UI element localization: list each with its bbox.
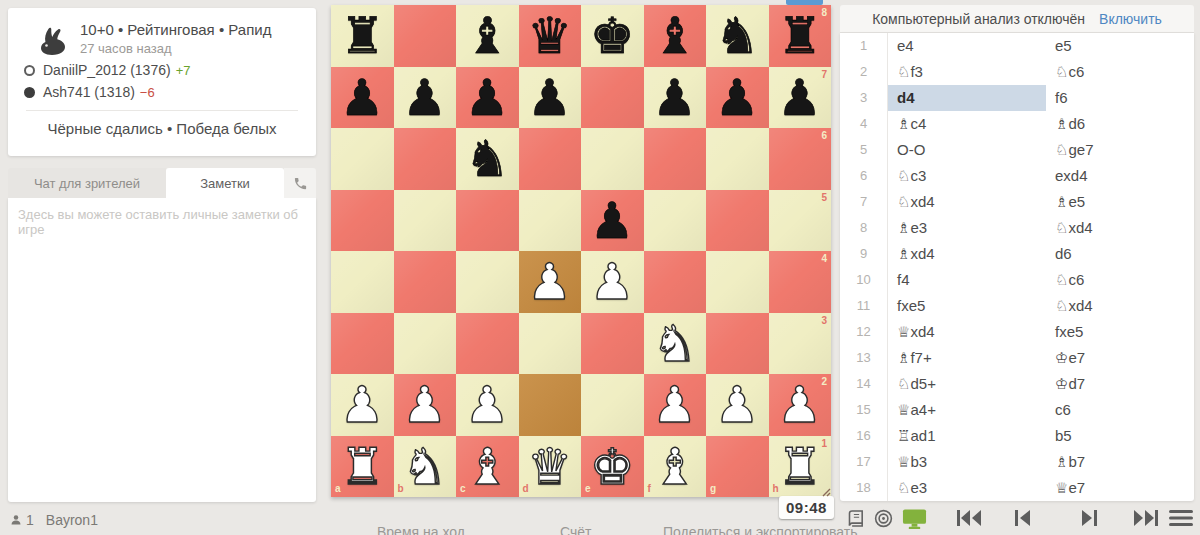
file-label-a: a <box>335 484 341 494</box>
move-7-black[interactable]: ♗e5 <box>1046 189 1193 215</box>
white-pawn-e4: ♟ <box>581 251 644 313</box>
move-12-black[interactable]: fxe5 <box>1046 319 1193 345</box>
black-pawn-e5: ♟ <box>581 190 644 252</box>
square-a4[interactable] <box>331 251 394 313</box>
white-pawn-c2: ♟ <box>456 374 519 436</box>
square-a8[interactable]: ♜ <box>331 5 394 67</box>
divider <box>26 110 298 111</box>
move-4-white[interactable]: ♗c4 <box>888 111 1046 137</box>
move-10-white[interactable]: f4 <box>888 267 1046 293</box>
enable-analysis-link[interactable]: Включить <box>1099 11 1162 27</box>
move-5-black[interactable]: ♘ge7 <box>1046 137 1193 163</box>
move-number: 9 <box>840 241 888 267</box>
square-g8[interactable]: ♞ <box>706 5 769 67</box>
square-b4[interactable] <box>394 251 457 313</box>
analysis-screen-icon[interactable] <box>902 508 927 530</box>
tab-notes[interactable]: Заметки <box>166 168 284 198</box>
white-pawn-a2: ♟ <box>331 374 394 436</box>
square-g1[interactable]: g <box>706 436 769 498</box>
move-row-12: 12♕xd4fxe5 <box>840 319 1194 345</box>
move-2-white[interactable]: ♘f3 <box>888 59 1046 85</box>
black-color-icon <box>24 87 35 98</box>
move-row-9: 9♗xd4d6 <box>840 241 1194 267</box>
move-3-black[interactable]: f6 <box>1046 85 1193 111</box>
analysis-panel: Компьютерный анализ отключён Включить 1e… <box>840 5 1194 501</box>
white-pawn-d4: ♟ <box>519 251 582 313</box>
rabbit-icon <box>32 22 68 58</box>
move-number: 15 <box>840 397 888 423</box>
person-icon <box>10 514 22 526</box>
square-c4[interactable] <box>456 251 519 313</box>
square-e7[interactable] <box>581 67 644 129</box>
first-move-button[interactable] <box>956 509 983 527</box>
square-h6[interactable]: 6 <box>769 128 832 190</box>
move-17-black[interactable]: ♗b7 <box>1046 449 1193 475</box>
square-f1[interactable]: ♝f <box>644 436 707 498</box>
white-clock: 09:48 <box>779 496 834 519</box>
square-b3[interactable] <box>394 313 457 375</box>
move-list: 1e4e52♘f3♘c63d4f64♗c4♗d65O-O♘ge76♘c3exd4… <box>840 33 1194 501</box>
notes-panel <box>8 198 316 502</box>
black-player-name[interactable]: Ash741 (1318) <box>43 83 135 102</box>
square-f2[interactable]: ♟ <box>644 374 707 436</box>
black-pawn-g7: ♟ <box>706 67 769 129</box>
square-a1[interactable]: ♜a <box>331 436 394 498</box>
move-row-18: 18♘e3♕e7 <box>840 475 1194 501</box>
board-resize-handle[interactable] <box>819 485 831 497</box>
game-title: 10+0 • Рейтинговая • Рапид <box>80 20 271 40</box>
black-knight-c6: ♞ <box>456 128 519 190</box>
move-row-16: 16♖ad1b5 <box>840 423 1194 449</box>
opening-book-icon[interactable] <box>846 508 867 529</box>
square-a7[interactable]: ♟ <box>331 67 394 129</box>
move-number: 2 <box>840 59 888 85</box>
black-pawn-d7: ♟ <box>519 67 582 129</box>
move-row-6: 6♘c3exd4 <box>840 163 1194 189</box>
move-row-14: 14♘d5+♔d7 <box>840 371 1194 397</box>
move-2-black[interactable]: ♘c6 <box>1046 59 1193 85</box>
rank-label-3: 3 <box>821 316 827 326</box>
black-pawn-c7: ♟ <box>456 67 519 129</box>
move-15-white[interactable]: ♕a4+ <box>888 397 1046 423</box>
black-player-row[interactable]: Ash741 (1318) −6 <box>24 83 302 102</box>
square-a5[interactable] <box>331 190 394 252</box>
move-15-black[interactable]: c6 <box>1046 397 1193 423</box>
black-bishop-f8: ♝ <box>644 5 707 67</box>
rank-label-8: 8 <box>821 8 827 18</box>
black-queen-d8: ♛ <box>519 5 582 67</box>
white-player-row[interactable]: DaniilP_2012 (1376) +7 <box>24 61 302 80</box>
square-h3[interactable]: 3 <box>769 313 832 375</box>
square-d1[interactable]: ♛d <box>519 436 582 498</box>
section-label-move-times: Время на ход <box>377 524 465 535</box>
move-number: 18 <box>840 475 888 501</box>
square-g6[interactable] <box>706 128 769 190</box>
move-number: 13 <box>840 345 888 371</box>
move-6-white[interactable]: ♘c3 <box>888 163 1046 189</box>
square-c8[interactable]: ♝ <box>456 5 519 67</box>
rank-label-4: 4 <box>821 254 827 264</box>
square-b1[interactable]: ♞b <box>394 436 457 498</box>
previous-move-button[interactable] <box>1014 509 1032 527</box>
move-number: 17 <box>840 449 888 475</box>
spectator-count: 1 <box>26 512 34 528</box>
square-b7[interactable]: ♟ <box>394 67 457 129</box>
square-f8[interactable]: ♝ <box>644 5 707 67</box>
spectators-row: 1 Bayron1 <box>10 512 98 528</box>
square-c6[interactable]: ♞ <box>456 128 519 190</box>
square-c1[interactable]: ♝c <box>456 436 519 498</box>
notes-input[interactable] <box>8 198 316 502</box>
square-g4[interactable] <box>706 251 769 313</box>
tab-voice-chat[interactable] <box>284 168 316 198</box>
move-row-4: 4♗c4♗d6 <box>840 111 1194 137</box>
file-label-h: h <box>773 484 779 494</box>
black-clock <box>786 0 823 5</box>
move-13-black[interactable]: ♔e7 <box>1046 345 1193 371</box>
file-label-g: g <box>710 484 716 494</box>
move-number: 11 <box>840 293 888 319</box>
move-17-white[interactable]: ♕b3 <box>888 449 1046 475</box>
move-4-black[interactable]: ♗d6 <box>1046 111 1193 137</box>
chat-notes-card: Чат для зрителей Заметки <box>8 168 316 502</box>
move-5-white[interactable]: O-O <box>888 137 1046 163</box>
move-14-white[interactable]: ♘d5+ <box>888 371 1046 397</box>
move-number: 4 <box>840 111 888 137</box>
move-14-black[interactable]: ♔d7 <box>1046 371 1193 397</box>
move-6-black[interactable]: exd4 <box>1046 163 1193 189</box>
square-c3[interactable] <box>456 313 519 375</box>
square-f6[interactable] <box>644 128 707 190</box>
square-h4[interactable]: 4 <box>769 251 832 313</box>
move-row-10: 10f4♘c6 <box>840 267 1194 293</box>
file-label-d: d <box>523 484 529 494</box>
move-11-white[interactable]: fxe5 <box>888 293 1046 319</box>
move-row-11: 11fxe5♘xd4 <box>840 293 1194 319</box>
rank-label-5: 5 <box>821 193 827 203</box>
square-c7[interactable]: ♟ <box>456 67 519 129</box>
move-row-8: 8♗e3♘xd4 <box>840 215 1194 241</box>
move-row-3: 3d4f6 <box>840 85 1194 111</box>
move-row-7: 7♘xd4♗e5 <box>840 189 1194 215</box>
white-knight-f3: ♞ <box>644 313 707 375</box>
white-bishop-f1: ♝ <box>644 436 707 498</box>
chess-board[interactable]: ♜♝♛♚♝♞♜8♟♟♟♟♟♟♟7♞6♟5♟♟4♞3♟♟♟♟♟♟2♜a♞b♝c♛d… <box>331 5 831 497</box>
square-c5[interactable] <box>456 190 519 252</box>
square-b8[interactable] <box>394 5 457 67</box>
move-number: 5 <box>840 137 888 163</box>
spectator-names[interactable]: Bayron1 <box>46 512 98 528</box>
square-e4[interactable]: ♟ <box>581 251 644 313</box>
move-9-black[interactable]: d6 <box>1046 241 1193 267</box>
move-number: 7 <box>840 189 888 215</box>
white-rating-delta: +7 <box>176 61 191 80</box>
square-e5[interactable]: ♟ <box>581 190 644 252</box>
move-16-white[interactable]: ♖ad1 <box>888 423 1046 449</box>
square-d3[interactable] <box>519 313 582 375</box>
black-pawn-a7: ♟ <box>331 67 394 129</box>
white-pawn-f2: ♟ <box>644 374 707 436</box>
rank-label-1: 1 <box>821 439 827 449</box>
square-f5[interactable] <box>644 190 707 252</box>
game-result: Чёрные сдались • Победа белых <box>22 120 302 137</box>
square-d7[interactable]: ♟ <box>519 67 582 129</box>
analysis-header: Компьютерный анализ отключён Включить <box>840 5 1194 33</box>
square-h5[interactable]: 5 <box>769 190 832 252</box>
white-player-name[interactable]: DaniilP_2012 (1376) <box>43 61 171 80</box>
square-g5[interactable] <box>706 190 769 252</box>
move-16-black[interactable]: b5 <box>1046 423 1193 449</box>
move-12-white[interactable]: ♕xd4 <box>888 319 1046 345</box>
move-8-white[interactable]: ♗e3 <box>888 215 1046 241</box>
move-number: 16 <box>840 423 888 449</box>
menu-icon[interactable] <box>1168 509 1194 527</box>
square-e1[interactable]: ♚e <box>581 436 644 498</box>
move-11-black[interactable]: ♘xd4 <box>1046 293 1193 319</box>
file-label-f: f <box>648 484 651 494</box>
move-number: 14 <box>840 371 888 397</box>
tab-spectator-chat[interactable]: Чат для зрителей <box>8 168 166 198</box>
section-label-share: Поделиться и экспортировать <box>663 524 857 535</box>
square-a3[interactable] <box>331 313 394 375</box>
move-7-white[interactable]: ♘xd4 <box>888 189 1046 215</box>
move-number: 10 <box>840 267 888 293</box>
file-label-b: b <box>398 484 404 494</box>
square-f4[interactable] <box>644 251 707 313</box>
square-a6[interactable] <box>331 128 394 190</box>
practice-target-icon[interactable] <box>873 508 894 529</box>
square-b5[interactable] <box>394 190 457 252</box>
move-row-1: 1e4e5 <box>840 33 1194 59</box>
move-number: 6 <box>840 163 888 189</box>
black-pawn-f7: ♟ <box>644 67 707 129</box>
section-label-score: Счёт <box>560 524 591 535</box>
square-f3[interactable]: ♞ <box>644 313 707 375</box>
file-label-c: c <box>460 484 466 494</box>
square-e6[interactable] <box>581 128 644 190</box>
black-bishop-c8: ♝ <box>456 5 519 67</box>
rank-label-2: 2 <box>821 377 827 387</box>
phone-icon <box>293 176 308 191</box>
square-d2[interactable] <box>519 374 582 436</box>
square-b6[interactable] <box>394 128 457 190</box>
move-1-black[interactable]: e5 <box>1046 33 1193 59</box>
square-h8[interactable]: ♜8 <box>769 5 832 67</box>
move-9-white[interactable]: ♗xd4 <box>888 241 1046 267</box>
move-18-white[interactable]: ♘e3 <box>888 475 1046 501</box>
square-g7[interactable]: ♟ <box>706 67 769 129</box>
square-g3[interactable] <box>706 313 769 375</box>
square-d4[interactable]: ♟ <box>519 251 582 313</box>
move-number: 3 <box>840 85 888 111</box>
move-number: 8 <box>840 215 888 241</box>
square-d5[interactable] <box>519 190 582 252</box>
last-move-button[interactable] <box>1132 509 1159 527</box>
square-c2[interactable]: ♟ <box>456 374 519 436</box>
square-e2[interactable] <box>581 374 644 436</box>
black-rook-a8: ♜ <box>331 5 394 67</box>
move-row-17: 17♕b3♗b7 <box>840 449 1194 475</box>
square-e8[interactable]: ♚ <box>581 5 644 67</box>
square-d6[interactable] <box>519 128 582 190</box>
game-info-card: 10+0 • Рейтинговая • Рапид 27 часов наза… <box>8 8 316 156</box>
move-3-white[interactable]: d4 <box>888 85 1046 111</box>
move-row-5: 5O-O♘ge7 <box>840 137 1194 163</box>
black-rating-delta: −6 <box>140 83 155 102</box>
square-g2[interactable]: ♟ <box>706 374 769 436</box>
tabbar: Чат для зрителей Заметки <box>8 168 316 198</box>
white-pawn-b2: ♟ <box>394 374 457 436</box>
square-b2[interactable]: ♟ <box>394 374 457 436</box>
move-row-15: 15♕a4+c6 <box>840 397 1194 423</box>
move-row-13: 13♗f7+♔e7 <box>840 345 1194 371</box>
move-row-2: 2♘f3♘c6 <box>840 59 1194 85</box>
black-knight-g8: ♞ <box>706 5 769 67</box>
move-number: 1 <box>840 33 888 59</box>
square-h2[interactable]: ♟2 <box>769 374 832 436</box>
move-number: 12 <box>840 319 888 345</box>
square-d8[interactable]: ♛ <box>519 5 582 67</box>
square-e3[interactable] <box>581 313 644 375</box>
move-13-white[interactable]: ♗f7+ <box>888 345 1046 371</box>
black-king-e8: ♚ <box>581 5 644 67</box>
white-color-icon <box>24 65 35 76</box>
file-label-e: e <box>585 484 591 494</box>
white-pawn-g2: ♟ <box>706 374 769 436</box>
rank-label-7: 7 <box>821 70 827 80</box>
square-f7[interactable]: ♟ <box>644 67 707 129</box>
analysis-status: Компьютерный анализ отключён <box>872 11 1085 27</box>
move-8-black[interactable]: ♘xd4 <box>1046 215 1193 241</box>
game-time-ago: 27 часов назад <box>80 40 271 58</box>
move-1-white[interactable]: e4 <box>888 33 1046 59</box>
black-pawn-b7: ♟ <box>394 67 457 129</box>
square-h7[interactable]: ♟7 <box>769 67 832 129</box>
next-move-button[interactable] <box>1080 509 1098 527</box>
move-10-black[interactable]: ♘c6 <box>1046 267 1193 293</box>
rank-label-6: 6 <box>821 131 827 141</box>
square-a2[interactable]: ♟ <box>331 374 394 436</box>
move-18-black[interactable]: ♕e7 <box>1046 475 1193 501</box>
